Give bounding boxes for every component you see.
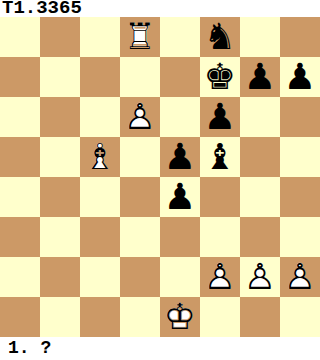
piece-white-pawn: ♙	[280, 257, 320, 297]
chess-board: ♜♖♞♚♟♟♟♙♟♝♗♟♝♟♟♙♟♙♟♙♚♔	[0, 17, 320, 337]
piece-white-bishop-fill: ♝	[80, 137, 120, 177]
square-g2[interactable]: ♟♙	[240, 257, 280, 297]
square-f8[interactable]: ♞	[200, 17, 240, 57]
square-h5[interactable]	[280, 137, 320, 177]
square-f1[interactable]	[200, 297, 240, 337]
square-b5[interactable]	[40, 137, 80, 177]
piece-white-bishop: ♗	[80, 137, 120, 177]
square-g5[interactable]	[240, 137, 280, 177]
square-b2[interactable]	[40, 257, 80, 297]
square-c5[interactable]: ♝♗	[80, 137, 120, 177]
square-d7[interactable]	[120, 57, 160, 97]
square-a8[interactable]	[0, 17, 40, 57]
piece-black-pawn: ♟	[160, 137, 200, 177]
square-h6[interactable]	[280, 97, 320, 137]
square-a6[interactable]	[0, 97, 40, 137]
square-a2[interactable]	[0, 257, 40, 297]
square-e2[interactable]	[160, 257, 200, 297]
square-a4[interactable]	[0, 177, 40, 217]
square-c3[interactable]	[80, 217, 120, 257]
square-d8[interactable]: ♜♖	[120, 17, 160, 57]
square-c8[interactable]	[80, 17, 120, 57]
piece-white-pawn-fill: ♟	[240, 257, 280, 297]
piece-white-pawn-fill: ♟	[200, 257, 240, 297]
square-e7[interactable]	[160, 57, 200, 97]
piece-black-pawn: ♟	[280, 57, 320, 97]
square-h8[interactable]	[280, 17, 320, 57]
square-c1[interactable]	[80, 297, 120, 337]
square-a3[interactable]	[0, 217, 40, 257]
square-g8[interactable]	[240, 17, 280, 57]
square-c6[interactable]	[80, 97, 120, 137]
puzzle-title: T1.3365	[0, 0, 320, 17]
square-h3[interactable]	[280, 217, 320, 257]
square-b6[interactable]	[40, 97, 80, 137]
square-a1[interactable]	[0, 297, 40, 337]
piece-black-pawn: ♟	[200, 97, 240, 137]
square-e3[interactable]	[160, 217, 200, 257]
square-b4[interactable]	[40, 177, 80, 217]
square-h4[interactable]	[280, 177, 320, 217]
piece-white-king-fill: ♚	[160, 297, 200, 337]
square-h2[interactable]: ♟♙	[280, 257, 320, 297]
square-h7[interactable]: ♟	[280, 57, 320, 97]
piece-white-pawn: ♙	[200, 257, 240, 297]
square-d5[interactable]	[120, 137, 160, 177]
piece-white-rook-fill: ♜	[120, 17, 160, 57]
piece-white-pawn-fill: ♟	[280, 257, 320, 297]
square-f6[interactable]: ♟	[200, 97, 240, 137]
piece-black-bishop: ♝	[200, 137, 240, 177]
piece-white-rook: ♖	[120, 17, 160, 57]
square-e5[interactable]: ♟	[160, 137, 200, 177]
piece-black-pawn: ♟	[160, 177, 200, 217]
piece-white-pawn: ♙	[120, 97, 160, 137]
piece-white-king: ♔	[160, 297, 200, 337]
piece-black-knight: ♞	[200, 17, 240, 57]
square-d6[interactable]: ♟♙	[120, 97, 160, 137]
square-f5[interactable]: ♝	[200, 137, 240, 177]
chess-puzzle-page: T1.3365 ♜♖♞♚♟♟♟♙♟♝♗♟♝♟♟♙♟♙♟♙♚♔ 1. ?	[0, 0, 320, 360]
square-c2[interactable]	[80, 257, 120, 297]
square-e4[interactable]: ♟	[160, 177, 200, 217]
square-g1[interactable]	[240, 297, 280, 337]
square-a7[interactable]	[0, 57, 40, 97]
square-a5[interactable]	[0, 137, 40, 177]
square-g4[interactable]	[240, 177, 280, 217]
square-b3[interactable]	[40, 217, 80, 257]
square-c7[interactable]	[80, 57, 120, 97]
square-d2[interactable]	[120, 257, 160, 297]
square-g6[interactable]	[240, 97, 280, 137]
square-f7[interactable]: ♚	[200, 57, 240, 97]
piece-white-pawn: ♙	[240, 257, 280, 297]
piece-black-pawn: ♟	[240, 57, 280, 97]
square-d1[interactable]	[120, 297, 160, 337]
square-c4[interactable]	[80, 177, 120, 217]
move-prompt: 1. ?	[0, 337, 320, 360]
piece-white-pawn-fill: ♟	[120, 97, 160, 137]
square-b7[interactable]	[40, 57, 80, 97]
square-g7[interactable]: ♟	[240, 57, 280, 97]
square-f3[interactable]	[200, 217, 240, 257]
square-f2[interactable]: ♟♙	[200, 257, 240, 297]
square-d4[interactable]	[120, 177, 160, 217]
square-e8[interactable]	[160, 17, 200, 57]
square-b8[interactable]	[40, 17, 80, 57]
square-f4[interactable]	[200, 177, 240, 217]
square-b1[interactable]	[40, 297, 80, 337]
square-h1[interactable]	[280, 297, 320, 337]
square-e1[interactable]: ♚♔	[160, 297, 200, 337]
square-g3[interactable]	[240, 217, 280, 257]
square-d3[interactable]	[120, 217, 160, 257]
square-e6[interactable]	[160, 97, 200, 137]
piece-black-king: ♚	[200, 57, 240, 97]
